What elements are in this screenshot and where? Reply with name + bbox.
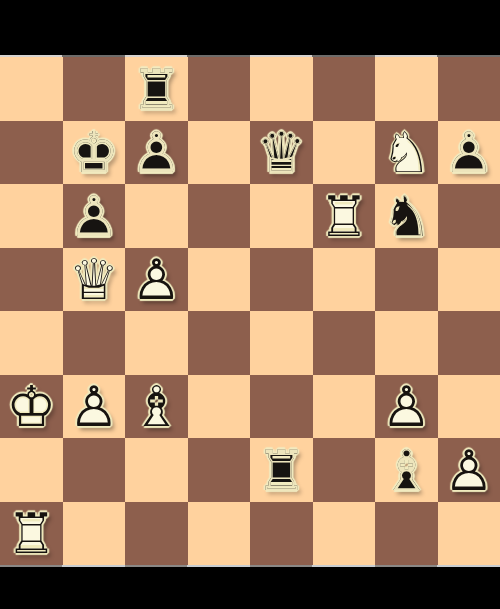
black-queen-icon: ♛ <box>250 122 313 186</box>
square-g1[interactable] <box>375 502 438 566</box>
white-king-icon: ♚ <box>0 376 63 440</box>
square-c1[interactable] <box>125 502 188 566</box>
square-f6[interactable]: ♜♖ <box>313 184 376 248</box>
white-pawn-icon: ♟ <box>438 439 500 503</box>
black-pawn-icon: ♟ <box>438 122 500 186</box>
piece-black-knight-g6[interactable]: ♞♘ <box>375 184 438 248</box>
square-g8[interactable] <box>375 57 438 121</box>
square-e3[interactable] <box>250 375 313 439</box>
square-h1[interactable] <box>438 502 500 566</box>
white-knight-outline-icon: ♘ <box>375 122 438 186</box>
chess-board: ♜♖♚♔♟♙♛♕♞♘♟♙♟♙♜♖♞♘♛♕♟♙♚♔♟♙♝♗♟♙♜♖♝♗♟♙♜♖ <box>0 57 500 565</box>
black-rook-icon: ♜ <box>125 58 188 122</box>
square-h7[interactable]: ♟♙ <box>438 121 500 185</box>
square-f1[interactable] <box>313 502 376 566</box>
piece-black-rook-e2[interactable]: ♜♖ <box>250 438 313 502</box>
white-rook-outline-icon: ♖ <box>0 503 63 567</box>
piece-black-pawn-h7[interactable]: ♟♙ <box>438 121 500 185</box>
square-c6[interactable] <box>125 184 188 248</box>
square-a1[interactable]: ♜♖ <box>0 502 63 566</box>
square-h3[interactable] <box>438 375 500 439</box>
square-g3[interactable]: ♟♙ <box>375 375 438 439</box>
square-f3[interactable] <box>313 375 376 439</box>
white-knight-icon: ♞ <box>375 122 438 186</box>
square-e2[interactable]: ♜♖ <box>250 438 313 502</box>
square-a2[interactable] <box>0 438 63 502</box>
white-rook-outline-icon: ♖ <box>313 185 376 249</box>
black-pawn-icon: ♟ <box>125 122 188 186</box>
square-a5[interactable] <box>0 248 63 312</box>
piece-white-pawn-c5[interactable]: ♟♙ <box>125 248 188 312</box>
white-pawn-outline-icon: ♙ <box>438 439 500 503</box>
white-bishop-outline-icon: ♗ <box>125 376 188 440</box>
square-c3[interactable]: ♝♗ <box>125 375 188 439</box>
square-d3[interactable] <box>188 375 251 439</box>
piece-black-king-b7[interactable]: ♚♔ <box>63 121 126 185</box>
square-a7[interactable] <box>0 121 63 185</box>
white-pawn-icon: ♟ <box>125 249 188 313</box>
square-c5[interactable]: ♟♙ <box>125 248 188 312</box>
white-pawn-icon: ♟ <box>375 376 438 440</box>
piece-white-rook-f6[interactable]: ♜♖ <box>313 184 376 248</box>
black-pawn-outline-icon: ♙ <box>63 185 126 249</box>
square-e1[interactable] <box>250 502 313 566</box>
square-f7[interactable] <box>313 121 376 185</box>
black-king-icon: ♚ <box>63 122 126 186</box>
piece-white-king-a3[interactable]: ♚♔ <box>0 375 63 439</box>
square-h8[interactable] <box>438 57 500 121</box>
piece-white-queen-b5[interactable]: ♛♕ <box>63 248 126 312</box>
black-knight-outline-icon: ♘ <box>375 185 438 249</box>
square-g4[interactable] <box>375 311 438 375</box>
black-bishop-icon: ♝ <box>375 439 438 503</box>
square-d5[interactable] <box>188 248 251 312</box>
square-c7[interactable]: ♟♙ <box>125 121 188 185</box>
white-pawn-outline-icon: ♙ <box>63 376 126 440</box>
square-e7[interactable]: ♛♕ <box>250 121 313 185</box>
square-h2[interactable]: ♟♙ <box>438 438 500 502</box>
white-queen-outline-icon: ♕ <box>63 249 126 313</box>
black-pawn-icon: ♟ <box>63 185 126 249</box>
square-b2[interactable] <box>63 438 126 502</box>
square-f5[interactable] <box>313 248 376 312</box>
piece-black-pawn-b6[interactable]: ♟♙ <box>63 184 126 248</box>
piece-black-queen-e7[interactable]: ♛♕ <box>250 121 313 185</box>
square-b4[interactable] <box>63 311 126 375</box>
bottom-letterbox <box>0 567 500 609</box>
square-d8[interactable] <box>188 57 251 121</box>
top-letterbox <box>0 0 500 55</box>
square-d6[interactable] <box>188 184 251 248</box>
white-queen-icon: ♛ <box>63 249 126 313</box>
piece-black-bishop-g2[interactable]: ♝♗ <box>375 438 438 502</box>
square-f2[interactable] <box>313 438 376 502</box>
piece-white-knight-g7[interactable]: ♞♘ <box>375 121 438 185</box>
white-pawn-outline-icon: ♙ <box>125 249 188 313</box>
square-h5[interactable] <box>438 248 500 312</box>
square-h6[interactable] <box>438 184 500 248</box>
white-rook-icon: ♜ <box>313 185 376 249</box>
square-b1[interactable] <box>63 502 126 566</box>
square-c8[interactable]: ♜♖ <box>125 57 188 121</box>
square-g5[interactable] <box>375 248 438 312</box>
square-g6[interactable]: ♞♘ <box>375 184 438 248</box>
square-b3[interactable]: ♟♙ <box>63 375 126 439</box>
black-rook-outline-icon: ♖ <box>125 58 188 122</box>
square-b8[interactable] <box>63 57 126 121</box>
white-pawn-outline-icon: ♙ <box>375 376 438 440</box>
piece-white-pawn-b3[interactable]: ♟♙ <box>63 375 126 439</box>
square-g7[interactable]: ♞♘ <box>375 121 438 185</box>
square-c4[interactable] <box>125 311 188 375</box>
black-king-outline-icon: ♔ <box>63 122 126 186</box>
black-rook-outline-icon: ♖ <box>250 439 313 503</box>
square-e4[interactable] <box>250 311 313 375</box>
square-d2[interactable] <box>188 438 251 502</box>
piece-black-rook-c8[interactable]: ♜♖ <box>125 57 188 121</box>
black-bishop-outline-icon: ♗ <box>375 439 438 503</box>
white-rook-icon: ♜ <box>0 503 63 567</box>
square-b7[interactable]: ♚♔ <box>63 121 126 185</box>
square-g2[interactable]: ♝♗ <box>375 438 438 502</box>
piece-white-rook-a1[interactable]: ♜♖ <box>0 502 63 566</box>
white-pawn-icon: ♟ <box>63 376 126 440</box>
white-king-outline-icon: ♔ <box>0 376 63 440</box>
square-a8[interactable] <box>0 57 63 121</box>
square-a6[interactable] <box>0 184 63 248</box>
square-d7[interactable] <box>188 121 251 185</box>
square-e6[interactable] <box>250 184 313 248</box>
white-bishop-icon: ♝ <box>125 376 188 440</box>
piece-white-pawn-g3[interactable]: ♟♙ <box>375 375 438 439</box>
square-b5[interactable]: ♛♕ <box>63 248 126 312</box>
black-knight-icon: ♞ <box>375 185 438 249</box>
piece-black-pawn-c7[interactable]: ♟♙ <box>125 121 188 185</box>
chess-diagram: ♜♖♚♔♟♙♛♕♞♘♟♙♟♙♜♖♞♘♛♕♟♙♚♔♟♙♝♗♟♙♜♖♝♗♟♙♜♖ <box>0 0 500 609</box>
black-pawn-outline-icon: ♙ <box>438 122 500 186</box>
square-a4[interactable] <box>0 311 63 375</box>
square-f8[interactable] <box>313 57 376 121</box>
square-f4[interactable] <box>313 311 376 375</box>
square-d1[interactable] <box>188 502 251 566</box>
square-h4[interactable] <box>438 311 500 375</box>
square-b6[interactable]: ♟♙ <box>63 184 126 248</box>
square-a3[interactable]: ♚♔ <box>0 375 63 439</box>
black-pawn-outline-icon: ♙ <box>125 122 188 186</box>
square-e8[interactable] <box>250 57 313 121</box>
square-c2[interactable] <box>125 438 188 502</box>
piece-white-pawn-h2[interactable]: ♟♙ <box>438 438 500 502</box>
black-rook-icon: ♜ <box>250 439 313 503</box>
black-queen-outline-icon: ♕ <box>250 122 313 186</box>
piece-white-bishop-c3[interactable]: ♝♗ <box>125 375 188 439</box>
square-d4[interactable] <box>188 311 251 375</box>
square-e5[interactable] <box>250 248 313 312</box>
